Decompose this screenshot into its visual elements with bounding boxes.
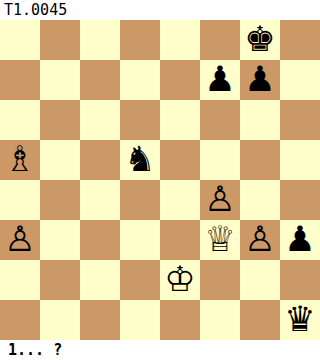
chess-board[interactable]: ♚♟♟♗♞♙♙♕♙♟♔♛ <box>0 20 320 340</box>
square-f6[interactable] <box>200 100 240 140</box>
square-d2[interactable] <box>120 260 160 300</box>
square-a5[interactable]: ♗ <box>0 140 40 180</box>
square-h4[interactable] <box>280 180 320 220</box>
square-c7[interactable] <box>80 60 120 100</box>
white-pawn-piece[interactable]: ♙ <box>4 220 35 259</box>
square-f3[interactable]: ♕ <box>200 220 240 260</box>
white-bishop-piece[interactable]: ♗ <box>4 140 35 179</box>
square-g4[interactable] <box>240 180 280 220</box>
black-queen-piece[interactable]: ♛ <box>284 300 315 339</box>
white-pawn-piece[interactable]: ♙ <box>204 180 235 219</box>
square-e7[interactable] <box>160 60 200 100</box>
square-h6[interactable] <box>280 100 320 140</box>
square-b5[interactable] <box>40 140 80 180</box>
square-g6[interactable] <box>240 100 280 140</box>
titlebar: T1.0045 <box>0 0 320 20</box>
black-pawn-piece[interactable]: ♟ <box>284 220 315 259</box>
square-c3[interactable] <box>80 220 120 260</box>
white-king-piece[interactable]: ♔ <box>164 260 195 299</box>
square-f2[interactable] <box>200 260 240 300</box>
square-c4[interactable] <box>80 180 120 220</box>
square-g3[interactable]: ♙ <box>240 220 280 260</box>
square-e5[interactable] <box>160 140 200 180</box>
square-a6[interactable] <box>0 100 40 140</box>
square-g1[interactable] <box>240 300 280 340</box>
square-e4[interactable] <box>160 180 200 220</box>
square-b7[interactable] <box>40 60 80 100</box>
square-f5[interactable] <box>200 140 240 180</box>
black-pawn-piece[interactable]: ♟ <box>204 60 235 99</box>
square-c1[interactable] <box>80 300 120 340</box>
square-f8[interactable] <box>200 20 240 60</box>
square-g5[interactable] <box>240 140 280 180</box>
square-b6[interactable] <box>40 100 80 140</box>
square-e1[interactable] <box>160 300 200 340</box>
square-c2[interactable] <box>80 260 120 300</box>
square-g7[interactable]: ♟ <box>240 60 280 100</box>
square-a3[interactable]: ♙ <box>0 220 40 260</box>
square-b3[interactable] <box>40 220 80 260</box>
square-h7[interactable] <box>280 60 320 100</box>
square-e2[interactable]: ♔ <box>160 260 200 300</box>
square-a4[interactable] <box>0 180 40 220</box>
square-g2[interactable] <box>240 260 280 300</box>
square-h5[interactable] <box>280 140 320 180</box>
square-e3[interactable] <box>160 220 200 260</box>
square-d6[interactable] <box>120 100 160 140</box>
square-h2[interactable] <box>280 260 320 300</box>
square-e8[interactable] <box>160 20 200 60</box>
square-b8[interactable] <box>40 20 80 60</box>
square-a8[interactable] <box>0 20 40 60</box>
square-c6[interactable] <box>80 100 120 140</box>
puzzle-id: T1.0045 <box>4 0 67 20</box>
black-knight-piece[interactable]: ♞ <box>124 140 155 179</box>
square-a7[interactable] <box>0 60 40 100</box>
square-d7[interactable] <box>120 60 160 100</box>
move-prompt: 1... ? <box>8 340 62 360</box>
black-pawn-piece[interactable]: ♟ <box>244 60 275 99</box>
square-a1[interactable] <box>0 300 40 340</box>
square-g8[interactable]: ♚ <box>240 20 280 60</box>
square-f1[interactable] <box>200 300 240 340</box>
square-f7[interactable]: ♟ <box>200 60 240 100</box>
statusbar: 1... ? <box>0 340 320 360</box>
square-d3[interactable] <box>120 220 160 260</box>
square-b4[interactable] <box>40 180 80 220</box>
chess-puzzle-window: T1.0045 ♚♟♟♗♞♙♙♕♙♟♔♛ 1... ? <box>0 0 320 360</box>
square-h1[interactable]: ♛ <box>280 300 320 340</box>
white-queen-piece[interactable]: ♕ <box>204 220 235 259</box>
square-b1[interactable] <box>40 300 80 340</box>
square-d4[interactable] <box>120 180 160 220</box>
square-e6[interactable] <box>160 100 200 140</box>
white-pawn-piece[interactable]: ♙ <box>244 220 275 259</box>
square-d1[interactable] <box>120 300 160 340</box>
square-d8[interactable] <box>120 20 160 60</box>
square-c8[interactable] <box>80 20 120 60</box>
square-d5[interactable]: ♞ <box>120 140 160 180</box>
square-f4[interactable]: ♙ <box>200 180 240 220</box>
square-c5[interactable] <box>80 140 120 180</box>
square-h8[interactable] <box>280 20 320 60</box>
square-b2[interactable] <box>40 260 80 300</box>
black-king-piece[interactable]: ♚ <box>244 20 275 59</box>
square-a2[interactable] <box>0 260 40 300</box>
square-h3[interactable]: ♟ <box>280 220 320 260</box>
